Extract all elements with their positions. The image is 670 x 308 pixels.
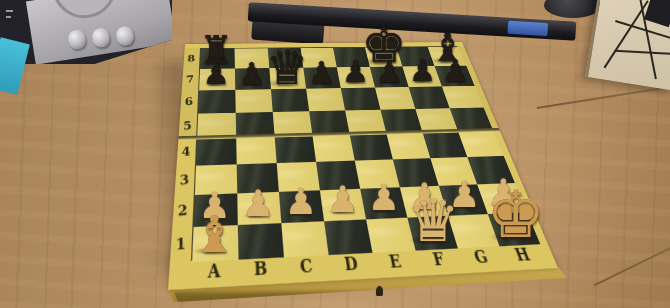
piece-white-king[interactable]: ♚ [486,182,544,247]
piece-black-pawn[interactable]: ♟ [442,56,469,86]
piece-black-pawn[interactable]: ♟ [308,58,335,88]
piece-black-pawn[interactable]: ♟ [376,57,403,87]
piece-white-pawn[interactable]: ♟ [285,184,317,220]
piece-white-pawn[interactable]: ♟ [242,185,274,221]
piece-white-bishop[interactable]: ♝ [191,209,237,260]
piece-white-pawn[interactable]: ♟ [368,180,400,216]
pieces-layer: ♜♚♝♟♟♛♟♟♟♟♟♟♟♟♟♟♟♟♟♝♛♚ [0,0,670,308]
piece-black-pawn[interactable]: ♟ [203,59,230,89]
piece-black-pawn[interactable]: ♟ [409,56,436,86]
piece-black-pawn[interactable]: ♟ [239,59,266,89]
piece-black-queen[interactable]: ♛ [266,44,308,91]
photo-of-chess-set: 8A7B6C5D4E3F2G1H ♜♚♝♟♟♛♟♟♟♟♟♟♟♟♟♟♟♟♟♝♛♚ [0,0,670,308]
piece-white-queen[interactable]: ♛ [407,191,460,250]
piece-black-pawn[interactable]: ♟ [342,57,369,87]
piece-white-pawn[interactable]: ♟ [327,182,359,218]
